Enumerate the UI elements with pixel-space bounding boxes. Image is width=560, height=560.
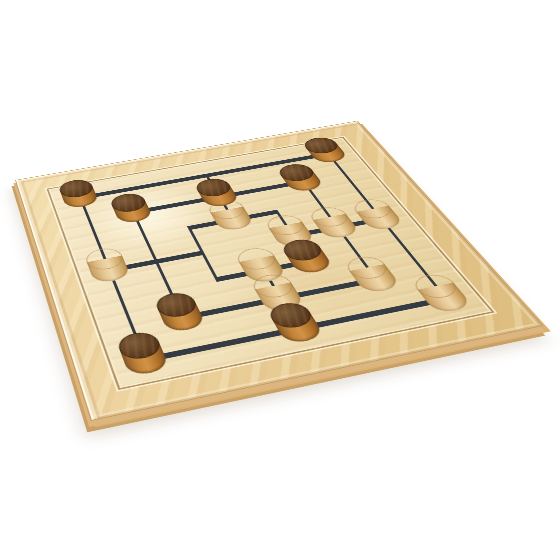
product-photo-scene <box>0 0 560 560</box>
mill-board <box>15 121 543 421</box>
